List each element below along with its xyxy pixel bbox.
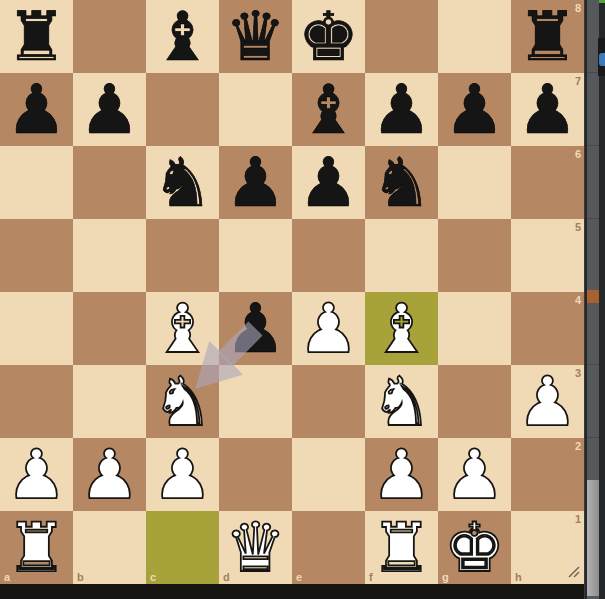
square-g7[interactable]: ♟	[438, 73, 511, 146]
square-e7[interactable]: ♝	[292, 73, 365, 146]
square-b8[interactable]	[73, 0, 146, 73]
board-resize-handle[interactable]	[566, 564, 582, 580]
piece-white-rook[interactable]: ♜	[365, 511, 438, 584]
square-f4[interactable]: ♝	[365, 292, 438, 365]
resize-line-1	[569, 567, 579, 577]
square-f8[interactable]	[365, 0, 438, 73]
piece-white-bishop[interactable]: ♝	[365, 292, 438, 365]
square-c3[interactable]: ♞	[146, 365, 219, 438]
square-b6[interactable]	[73, 146, 146, 219]
square-a5[interactable]	[0, 219, 73, 292]
file-label-c: c	[150, 571, 156, 583]
square-a3[interactable]	[0, 365, 73, 438]
square-h2[interactable]: 2	[511, 438, 584, 511]
piece-white-pawn[interactable]: ♟	[0, 438, 73, 511]
square-c7[interactable]	[146, 73, 219, 146]
square-e6[interactable]: ♟	[292, 146, 365, 219]
scrollbar-marker	[587, 290, 599, 303]
piece-white-knight[interactable]: ♞	[365, 365, 438, 438]
square-d2[interactable]	[219, 438, 292, 511]
piece-white-pawn[interactable]: ♟	[511, 365, 584, 438]
square-d7[interactable]	[219, 73, 292, 146]
square-d3[interactable]	[219, 365, 292, 438]
piece-white-pawn[interactable]: ♟	[438, 438, 511, 511]
rank-label-4: 4	[575, 294, 581, 306]
square-e8[interactable]: ♚	[292, 0, 365, 73]
rank-label-5: 5	[575, 221, 581, 233]
piece-black-queen[interactable]: ♛	[219, 0, 292, 73]
square-b4[interactable]	[73, 292, 146, 365]
scrollbar-thumb[interactable]	[587, 480, 599, 596]
square-d4[interactable]: ♟	[219, 292, 292, 365]
square-h8[interactable]: ♜8	[511, 0, 584, 73]
square-a7[interactable]: ♟	[0, 73, 73, 146]
chess-board[interactable]: ♜♝♛♚♜8♟♟♝♟♟♟7♞♟♟♞65♝♟♟♝4♞♞♟3♟♟♟♟♟2♜abc♛d…	[0, 0, 584, 584]
piece-black-rook[interactable]: ♜	[511, 0, 584, 73]
square-h4[interactable]: 4	[511, 292, 584, 365]
square-f1[interactable]: ♜f	[365, 511, 438, 584]
file-label-e: e	[296, 571, 302, 583]
piece-white-king[interactable]: ♚	[438, 511, 511, 584]
chess-app-window: ♜♝♛♚♜8♟♟♝♟♟♟7♞♟♟♞65♝♟♟♝4♞♞♟3♟♟♟♟♟2♜abc♛d…	[0, 0, 605, 599]
piece-black-rook[interactable]: ♜	[0, 0, 73, 73]
piece-black-bishop[interactable]: ♝	[292, 73, 365, 146]
piece-black-pawn[interactable]: ♟	[292, 146, 365, 219]
square-g6[interactable]	[438, 146, 511, 219]
square-h6[interactable]: 6	[511, 146, 584, 219]
clipped-blue-icon	[599, 53, 605, 66]
piece-black-pawn[interactable]: ♟	[365, 73, 438, 146]
square-g8[interactable]	[438, 0, 511, 73]
square-a1[interactable]: ♜a	[0, 511, 73, 584]
rank-label-2: 2	[575, 440, 581, 452]
square-c2[interactable]: ♟	[146, 438, 219, 511]
piece-black-knight[interactable]: ♞	[146, 146, 219, 219]
square-d6[interactable]: ♟	[219, 146, 292, 219]
square-f5[interactable]	[365, 219, 438, 292]
square-e4[interactable]: ♟	[292, 292, 365, 365]
piece-black-king[interactable]: ♚	[292, 0, 365, 73]
green-sliver	[599, 0, 605, 3]
piece-white-rook[interactable]: ♜	[0, 511, 73, 584]
square-h7[interactable]: ♟7	[511, 73, 584, 146]
piece-black-pawn[interactable]: ♟	[0, 73, 73, 146]
square-g4[interactable]	[438, 292, 511, 365]
piece-white-bishop[interactable]: ♝	[146, 292, 219, 365]
piece-black-bishop[interactable]: ♝	[146, 0, 219, 73]
rank-label-1: 1	[575, 513, 581, 525]
square-d1[interactable]: ♛d	[219, 511, 292, 584]
piece-black-pawn[interactable]: ♟	[219, 146, 292, 219]
piece-white-pawn[interactable]: ♟	[146, 438, 219, 511]
side-panel	[584, 0, 605, 599]
square-a4[interactable]	[0, 292, 73, 365]
square-f7[interactable]: ♟	[365, 73, 438, 146]
square-g3[interactable]	[438, 365, 511, 438]
piece-white-pawn[interactable]: ♟	[365, 438, 438, 511]
square-d8[interactable]: ♛	[219, 0, 292, 73]
piece-white-pawn[interactable]: ♟	[292, 292, 365, 365]
square-e2[interactable]	[292, 438, 365, 511]
file-label-h: h	[515, 571, 522, 583]
square-h5[interactable]: 5	[511, 219, 584, 292]
piece-black-knight[interactable]: ♞	[365, 146, 438, 219]
piece-white-queen[interactable]: ♛	[219, 511, 292, 584]
square-a6[interactable]	[0, 146, 73, 219]
square-g5[interactable]	[438, 219, 511, 292]
square-b7[interactable]: ♟	[73, 73, 146, 146]
square-b1[interactable]: b	[73, 511, 146, 584]
square-f3[interactable]: ♞	[365, 365, 438, 438]
square-f2[interactable]: ♟	[365, 438, 438, 511]
file-label-b: b	[77, 571, 84, 583]
piece-white-pawn[interactable]: ♟	[73, 438, 146, 511]
square-e5[interactable]	[292, 219, 365, 292]
piece-black-pawn[interactable]: ♟	[73, 73, 146, 146]
square-g2[interactable]: ♟	[438, 438, 511, 511]
square-g1[interactable]: ♚g	[438, 511, 511, 584]
piece-black-pawn[interactable]: ♟	[511, 73, 584, 146]
square-c6[interactable]: ♞	[146, 146, 219, 219]
square-b3[interactable]	[73, 365, 146, 438]
square-a2[interactable]: ♟	[0, 438, 73, 511]
square-c5[interactable]	[146, 219, 219, 292]
square-b2[interactable]: ♟	[73, 438, 146, 511]
square-e1[interactable]: e	[292, 511, 365, 584]
piece-white-knight[interactable]: ♞	[146, 365, 219, 438]
square-a8[interactable]: ♜	[0, 0, 73, 73]
square-h3[interactable]: ♟3	[511, 365, 584, 438]
square-e3[interactable]	[292, 365, 365, 438]
piece-black-pawn[interactable]: ♟	[438, 73, 511, 146]
rank-label-6: 6	[575, 148, 581, 160]
square-f6[interactable]: ♞	[365, 146, 438, 219]
square-d5[interactable]	[219, 219, 292, 292]
square-c1[interactable]: c	[146, 511, 219, 584]
square-c4[interactable]: ♝	[146, 292, 219, 365]
resize-line-2	[574, 572, 579, 577]
square-c8[interactable]: ♝	[146, 0, 219, 73]
square-b5[interactable]	[73, 219, 146, 292]
piece-black-pawn[interactable]: ♟	[219, 292, 292, 365]
